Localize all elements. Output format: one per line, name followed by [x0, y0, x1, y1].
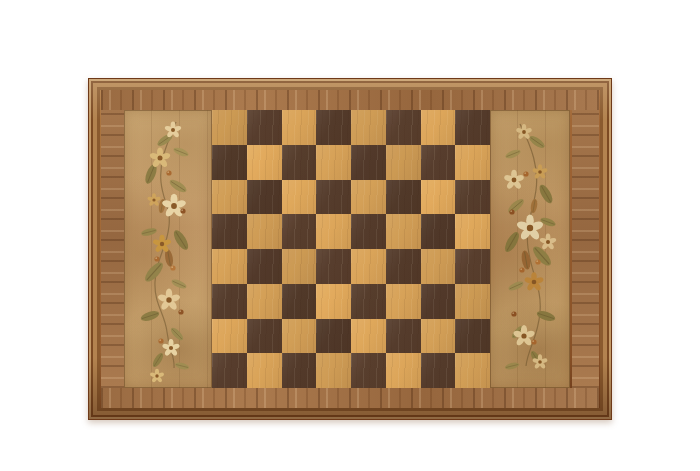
square-h2[interactable] — [455, 319, 490, 354]
square-b3[interactable] — [247, 284, 282, 319]
square-h6[interactable] — [455, 180, 490, 215]
square-c8[interactable] — [282, 110, 317, 145]
square-h3[interactable] — [455, 284, 490, 319]
square-e1[interactable] — [351, 353, 386, 388]
square-c6[interactable] — [282, 180, 317, 215]
square-c5[interactable] — [282, 214, 317, 249]
veneer-border-bottom — [101, 388, 599, 408]
square-h7[interactable] — [455, 145, 490, 180]
square-g2[interactable] — [421, 319, 456, 354]
floral-garland-right-svg — [490, 110, 570, 388]
square-g3[interactable] — [421, 284, 456, 319]
square-f4[interactable] — [386, 249, 421, 284]
floral-marquetry-panel-left — [124, 110, 212, 388]
square-d4[interactable] — [316, 249, 351, 284]
square-d5[interactable] — [316, 214, 351, 249]
square-c1[interactable] — [282, 353, 317, 388]
square-d7[interactable] — [316, 145, 351, 180]
square-h1[interactable] — [455, 353, 490, 388]
square-a3[interactable] — [212, 284, 247, 319]
square-e3[interactable] — [351, 284, 386, 319]
square-b6[interactable] — [247, 180, 282, 215]
square-b2[interactable] — [247, 319, 282, 354]
square-h5[interactable] — [455, 214, 490, 249]
square-d2[interactable] — [316, 319, 351, 354]
floral-marquetry-panel-right — [490, 110, 570, 388]
square-b1[interactable] — [247, 353, 282, 388]
board-inner-field — [124, 110, 570, 388]
square-a2[interactable] — [212, 319, 247, 354]
square-g5[interactable] — [421, 214, 456, 249]
square-g6[interactable] — [421, 180, 456, 215]
checkerboard-grid — [212, 110, 490, 388]
square-c7[interactable] — [282, 145, 317, 180]
square-d3[interactable] — [316, 284, 351, 319]
square-b7[interactable] — [247, 145, 282, 180]
square-a1[interactable] — [212, 353, 247, 388]
square-b8[interactable] — [247, 110, 282, 145]
game-board — [88, 78, 612, 420]
square-a5[interactable] — [212, 214, 247, 249]
photo-background — [0, 0, 700, 471]
floral-garland-left-svg — [124, 110, 212, 388]
square-d8[interactable] — [316, 110, 351, 145]
square-g1[interactable] — [421, 353, 456, 388]
square-c2[interactable] — [282, 319, 317, 354]
square-g4[interactable] — [421, 249, 456, 284]
square-d6[interactable] — [316, 180, 351, 215]
square-e6[interactable] — [351, 180, 386, 215]
square-a8[interactable] — [212, 110, 247, 145]
square-f7[interactable] — [386, 145, 421, 180]
square-e5[interactable] — [351, 214, 386, 249]
square-c4[interactable] — [282, 249, 317, 284]
veneer-border-left — [101, 110, 124, 388]
square-f8[interactable] — [386, 110, 421, 145]
square-f3[interactable] — [386, 284, 421, 319]
square-a6[interactable] — [212, 180, 247, 215]
square-e8[interactable] — [351, 110, 386, 145]
square-f5[interactable] — [386, 214, 421, 249]
square-a7[interactable] — [212, 145, 247, 180]
veneer-border-top — [101, 90, 599, 110]
square-f6[interactable] — [386, 180, 421, 215]
square-f2[interactable] — [386, 319, 421, 354]
square-c3[interactable] — [282, 284, 317, 319]
square-b5[interactable] — [247, 214, 282, 249]
square-h4[interactable] — [455, 249, 490, 284]
square-b4[interactable] — [247, 249, 282, 284]
square-e4[interactable] — [351, 249, 386, 284]
square-g8[interactable] — [421, 110, 456, 145]
square-e7[interactable] — [351, 145, 386, 180]
square-d1[interactable] — [316, 353, 351, 388]
square-h8[interactable] — [455, 110, 490, 145]
square-e2[interactable] — [351, 319, 386, 354]
square-f1[interactable] — [386, 353, 421, 388]
veneer-border-right — [572, 110, 599, 388]
square-a4[interactable] — [212, 249, 247, 284]
square-g7[interactable] — [421, 145, 456, 180]
